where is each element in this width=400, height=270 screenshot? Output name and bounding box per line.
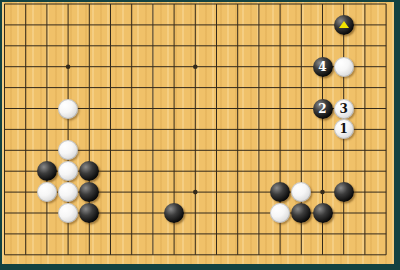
white-stone[interactable] bbox=[58, 203, 78, 223]
move-number-label: 2 bbox=[313, 99, 333, 119]
black-stone[interactable]: 2 bbox=[313, 99, 333, 119]
black-stone[interactable] bbox=[313, 203, 333, 223]
black-stone[interactable] bbox=[164, 203, 184, 223]
black-stone[interactable] bbox=[334, 15, 354, 35]
triangle-mark-icon bbox=[339, 21, 349, 28]
white-stone[interactable] bbox=[58, 99, 78, 119]
move-number-label: 4 bbox=[313, 57, 333, 77]
star-point bbox=[66, 64, 71, 69]
diagram-frame: 4231 bbox=[0, 0, 400, 270]
move-number-label: 1 bbox=[334, 119, 354, 139]
white-stone[interactable] bbox=[270, 203, 290, 223]
white-stone[interactable]: 3 bbox=[334, 99, 354, 119]
white-stone[interactable] bbox=[334, 57, 354, 77]
black-stone[interactable] bbox=[37, 161, 57, 181]
white-stone[interactable] bbox=[37, 182, 57, 202]
star-point bbox=[193, 190, 198, 195]
go-board[interactable]: 4231 bbox=[2, 2, 394, 264]
black-stone[interactable]: 4 bbox=[313, 57, 333, 77]
star-point bbox=[193, 64, 198, 69]
move-number-label: 3 bbox=[334, 99, 354, 119]
star-point bbox=[320, 190, 325, 195]
white-stone[interactable]: 1 bbox=[334, 119, 354, 139]
black-stone[interactable] bbox=[334, 182, 354, 202]
